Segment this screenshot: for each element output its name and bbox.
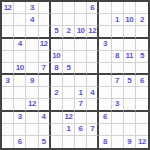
cell-r10c8[interactable] — [99, 124, 111, 136]
given-digit: 10 — [52, 52, 60, 60]
cell-r5c9[interactable] — [112, 63, 124, 75]
given-digit: 4 — [90, 89, 94, 97]
cell-r2c9[interactable] — [112, 26, 124, 38]
cell-r8c10[interactable] — [124, 99, 136, 111]
cell-r9c4[interactable] — [51, 112, 63, 124]
cell-r9c10[interactable] — [124, 112, 136, 124]
cell-r8c11[interactable] — [136, 99, 148, 111]
cell-r4c3[interactable] — [39, 51, 51, 63]
cell-r10c2[interactable] — [26, 124, 38, 136]
cell-r3c9[interactable] — [112, 39, 124, 51]
cell-r1c1[interactable] — [14, 14, 26, 26]
cell-r2c7[interactable]: 12 — [87, 26, 99, 38]
cell-r5c5[interactable]: 5 — [63, 63, 75, 75]
cell-r1c5[interactable] — [63, 14, 75, 26]
cell-r9c3[interactable]: 4 — [39, 112, 51, 124]
cell-r7c9[interactable] — [112, 87, 124, 99]
cell-r0c2[interactable]: 3 — [26, 2, 38, 14]
cell-r4c2[interactable] — [26, 51, 38, 63]
cell-r7c10[interactable] — [124, 87, 136, 99]
given-digit: 8 — [54, 64, 58, 72]
given-digit: 2 — [54, 89, 58, 97]
cell-r9c1[interactable]: 3 — [14, 112, 26, 124]
cell-r7c4[interactable]: 2 — [51, 87, 63, 99]
cell-r4c7[interactable] — [87, 51, 99, 63]
cell-r0c6[interactable] — [75, 2, 87, 14]
cell-r11c7[interactable] — [87, 136, 99, 148]
cell-r7c2[interactable] — [26, 87, 38, 99]
given-digit: 7 — [79, 100, 83, 108]
cell-r8c2[interactable]: 12 — [26, 99, 38, 111]
cell-r2c6[interactable]: 10 — [75, 26, 87, 38]
cell-r7c5[interactable] — [63, 87, 75, 99]
cell-r3c11[interactable] — [136, 39, 148, 51]
cell-r10c10[interactable] — [124, 124, 136, 136]
given-digit: 9 — [30, 77, 34, 85]
given-digit: 11 — [126, 52, 133, 60]
given-digit: 7 — [90, 125, 94, 133]
cell-r3c6[interactable] — [75, 39, 87, 51]
cell-r8c9[interactable]: 3 — [112, 99, 124, 111]
cell-r9c11[interactable] — [136, 112, 148, 124]
cell-r5c7[interactable] — [87, 63, 99, 75]
given-digit: 12 — [4, 4, 12, 12]
given-digit: 6 — [140, 77, 144, 85]
cell-r9c7[interactable] — [87, 112, 99, 124]
given-digit: 8 — [103, 138, 107, 146]
cell-r10c1[interactable] — [14, 124, 26, 136]
cell-r1c11[interactable]: 2 — [136, 14, 148, 26]
cell-r10c7[interactable]: 7 — [87, 124, 99, 136]
given-digit: 7 — [115, 77, 119, 85]
cell-r6c0[interactable]: 3 — [2, 75, 14, 87]
cell-r2c3[interactable] — [39, 26, 51, 38]
cell-r10c0[interactable] — [2, 124, 14, 136]
cell-r11c1[interactable]: 6 — [14, 136, 26, 148]
given-digit: 6 — [18, 138, 22, 146]
cell-r0c11[interactable] — [136, 2, 148, 14]
cell-r5c0[interactable] — [2, 63, 14, 75]
cell-r4c1[interactable] — [14, 51, 26, 63]
cell-r5c3[interactable]: 7 — [39, 63, 51, 75]
cell-r4c11[interactable]: 5 — [136, 51, 148, 63]
cell-r5c8[interactable] — [99, 63, 111, 75]
cell-r3c8[interactable]: 3 — [99, 39, 111, 51]
cell-r3c4[interactable] — [51, 39, 63, 51]
cell-r9c9[interactable] — [112, 112, 124, 124]
cell-r1c8[interactable] — [99, 14, 111, 26]
cell-r11c5[interactable] — [63, 136, 75, 148]
cell-r0c3[interactable] — [39, 2, 51, 14]
cell-r11c10[interactable]: 9 — [124, 136, 136, 148]
cell-r3c5[interactable] — [63, 39, 75, 51]
cell-r1c3[interactable] — [39, 14, 51, 26]
cell-r4c5[interactable] — [63, 51, 75, 63]
cell-r11c0[interactable] — [2, 136, 14, 148]
given-digit: 4 — [18, 40, 22, 48]
cell-r4c10[interactable]: 11 — [124, 51, 136, 63]
cell-r10c3[interactable] — [39, 124, 51, 136]
cell-r0c1[interactable] — [14, 2, 26, 14]
cell-r1c7[interactable] — [87, 14, 99, 26]
cell-r8c7[interactable] — [87, 99, 99, 111]
given-digit: 3 — [6, 77, 10, 85]
cell-r8c8[interactable] — [99, 99, 111, 111]
given-digit: 10 — [125, 16, 133, 24]
given-digit: 3 — [30, 4, 34, 12]
given-digit: 6 — [90, 4, 94, 12]
cell-r8c3[interactable] — [39, 99, 51, 111]
cell-r6c11[interactable]: 6 — [136, 75, 148, 87]
cell-r11c3[interactable]: 5 — [39, 136, 51, 148]
cell-r10c5[interactable]: 1 — [63, 124, 75, 136]
cell-r6c7[interactable] — [87, 75, 99, 87]
cell-r6c4[interactable] — [51, 75, 63, 87]
cell-r7c11[interactable] — [136, 87, 148, 99]
cell-r0c7[interactable]: 6 — [87, 2, 99, 14]
cell-r3c3[interactable]: 12 — [39, 39, 51, 51]
cell-r4c8[interactable] — [99, 51, 111, 63]
given-digit: 4 — [30, 16, 34, 24]
given-digit: 5 — [66, 64, 70, 72]
cell-r0c9[interactable] — [112, 2, 124, 14]
cell-r10c6[interactable]: 6 — [75, 124, 87, 136]
cell-r2c10[interactable] — [124, 26, 136, 38]
cell-r5c1[interactable]: 10 — [14, 63, 26, 75]
given-digit: 12 — [88, 27, 96, 35]
cell-r9c6[interactable] — [75, 112, 87, 124]
cell-r0c0[interactable]: 12 — [2, 2, 14, 14]
cell-r5c10[interactable] — [124, 63, 136, 75]
cell-r7c8[interactable] — [99, 87, 111, 99]
cell-r10c4[interactable] — [51, 124, 63, 136]
cell-r2c8[interactable] — [99, 26, 111, 38]
cell-r1c0[interactable] — [2, 14, 14, 26]
cell-r7c1[interactable] — [14, 87, 26, 99]
cell-r5c6[interactable] — [75, 63, 87, 75]
cell-r4c0[interactable] — [2, 51, 14, 63]
cell-r2c0[interactable] — [2, 26, 14, 38]
given-digit: 6 — [103, 113, 107, 121]
cell-r9c8[interactable]: 6 — [99, 112, 111, 124]
cell-r6c5[interactable] — [63, 75, 75, 87]
cell-r1c9[interactable]: 1 — [112, 14, 124, 26]
cell-r11c8[interactable]: 8 — [99, 136, 111, 148]
cell-r9c2[interactable] — [26, 112, 38, 124]
given-digit: 10 — [16, 64, 24, 72]
cell-r3c2[interactable] — [26, 39, 38, 51]
cell-r9c5[interactable]: 12 — [63, 112, 75, 124]
cell-r9c0[interactable] — [2, 112, 14, 124]
cell-r7c3[interactable] — [39, 87, 51, 99]
cell-r6c10[interactable]: 5 — [124, 75, 136, 87]
cell-r1c10[interactable]: 10 — [124, 14, 136, 26]
given-digit: 5 — [140, 52, 144, 60]
cell-r6c9[interactable]: 7 — [112, 75, 124, 87]
given-digit: 10 — [77, 27, 85, 35]
cell-r11c6[interactable] — [75, 136, 87, 148]
cell-r4c9[interactable]: 8 — [112, 51, 124, 63]
cell-r0c10[interactable] — [124, 2, 136, 14]
given-digit: 5 — [127, 77, 131, 85]
cell-r2c5[interactable]: 2 — [63, 26, 75, 38]
cell-r3c10[interactable] — [124, 39, 136, 51]
cell-r5c4[interactable]: 8 — [51, 63, 63, 75]
cell-r4c6[interactable] — [75, 51, 87, 63]
given-digit: 2 — [66, 27, 70, 35]
cell-r7c0[interactable] — [2, 87, 14, 99]
cell-r8c6[interactable]: 7 — [75, 99, 87, 111]
cell-r7c7[interactable]: 4 — [87, 87, 99, 99]
cell-r8c4[interactable] — [51, 99, 63, 111]
cell-r1c6[interactable] — [75, 14, 87, 26]
given-digit: 3 — [103, 40, 107, 48]
cell-r8c1[interactable] — [14, 99, 26, 111]
cell-r0c4[interactable] — [51, 2, 63, 14]
given-digit: 12 — [64, 113, 72, 121]
cell-r3c7[interactable] — [87, 39, 99, 51]
given-digit: 12 — [28, 100, 36, 108]
cell-r2c2[interactable] — [26, 26, 38, 38]
given-digit: 12 — [40, 40, 48, 48]
cell-r2c11[interactable] — [136, 26, 148, 38]
given-digit: 12 — [138, 138, 146, 146]
cell-r11c9[interactable] — [112, 136, 124, 148]
cell-r5c11[interactable] — [136, 63, 148, 75]
cell-r11c11[interactable]: 12 — [136, 136, 148, 148]
given-digit: 1 — [115, 16, 119, 24]
cell-r1c4[interactable] — [51, 14, 63, 26]
sudoku-board: 1236411025210124123108115107853975621412… — [0, 0, 150, 150]
cell-r2c1[interactable] — [14, 26, 26, 38]
cell-r5c2[interactable] — [26, 63, 38, 75]
cell-r6c6[interactable] — [75, 75, 87, 87]
given-digit: 1 — [79, 89, 83, 97]
cell-r1c2[interactable]: 4 — [26, 14, 38, 26]
cell-r2c4[interactable]: 5 — [51, 26, 63, 38]
cell-r0c8[interactable] — [99, 2, 111, 14]
cell-r11c2[interactable] — [26, 136, 38, 148]
cell-r4c4[interactable]: 10 — [51, 51, 63, 63]
given-digit: 3 — [115, 100, 119, 108]
given-digit: 5 — [42, 138, 46, 146]
cell-r11c4[interactable] — [51, 136, 63, 148]
cell-r6c1[interactable] — [14, 75, 26, 87]
cell-r10c11[interactable] — [136, 124, 148, 136]
cell-r10c9[interactable] — [112, 124, 124, 136]
cell-r6c8[interactable] — [99, 75, 111, 87]
cell-r6c2[interactable]: 9 — [26, 75, 38, 87]
given-digit: 9 — [127, 138, 131, 146]
given-digit: 7 — [42, 64, 46, 72]
cell-r0c5[interactable] — [63, 2, 75, 14]
cell-r6c3[interactable] — [39, 75, 51, 87]
given-digit: 5 — [54, 27, 58, 35]
cell-r3c1[interactable]: 4 — [14, 39, 26, 51]
given-digit: 3 — [18, 113, 22, 121]
cell-r3c0[interactable] — [2, 39, 14, 51]
given-digit: 6 — [79, 125, 83, 133]
cell-r8c5[interactable] — [63, 99, 75, 111]
given-digit: 4 — [42, 113, 46, 121]
cell-r7c6[interactable]: 1 — [75, 87, 87, 99]
cell-r8c0[interactable] — [2, 99, 14, 111]
given-digit: 8 — [115, 52, 119, 60]
given-digit: 2 — [140, 16, 144, 24]
given-digit: 1 — [66, 125, 70, 133]
